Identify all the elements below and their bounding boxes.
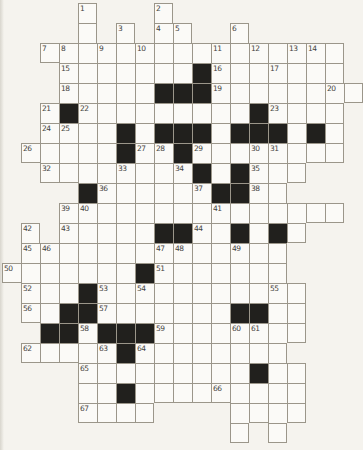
- cell-r7-c11[interactable]: [211, 143, 230, 163]
- black-cell-r9-c4: [78, 183, 97, 203]
- cell-r16-c11[interactable]: [211, 323, 230, 343]
- cell-r12-c5[interactable]: [97, 243, 116, 263]
- black-cell-r16-c6: [116, 323, 135, 343]
- cell-r17-c1[interactable]: 62: [21, 343, 40, 363]
- cell-r3-c16[interactable]: [306, 63, 325, 83]
- cell-r4-c11[interactable]: 19: [211, 83, 230, 103]
- cell-r1-c12[interactable]: 6: [230, 23, 249, 43]
- cell-r12-c4[interactable]: [78, 243, 97, 263]
- cell-r13-c4[interactable]: [78, 263, 97, 283]
- cell-r8-c4[interactable]: [78, 163, 97, 183]
- cell-r19-c14[interactable]: [268, 383, 287, 403]
- cell-r16-c4[interactable]: 58: [78, 323, 97, 343]
- clue-number-31: 31: [270, 144, 279, 153]
- cell-r18-c6[interactable]: [116, 363, 135, 383]
- black-cell-r15-c13: [249, 303, 268, 323]
- black-cell-r19-c6: [116, 383, 135, 403]
- cell-r2-c10[interactable]: [192, 43, 211, 63]
- cell-r5-c9[interactable]: [173, 103, 192, 123]
- cell-r13-c5[interactable]: [97, 263, 116, 283]
- cell-r2-c2[interactable]: 7: [40, 43, 59, 63]
- cell-r17-c4[interactable]: [78, 343, 97, 363]
- cell-r2-c17[interactable]: [325, 43, 344, 63]
- clue-number-67: 67: [80, 404, 89, 413]
- cell-r19-c7[interactable]: [135, 383, 154, 403]
- cell-r5-c8[interactable]: [154, 103, 173, 123]
- black-cell-r13-c7: [135, 263, 154, 283]
- cell-r10-c8[interactable]: [154, 203, 173, 223]
- black-cell-r6-c12: [230, 123, 249, 143]
- cell-r13-c11[interactable]: [211, 263, 230, 283]
- cell-r11-c13[interactable]: [249, 223, 268, 243]
- cell-r14-c7[interactable]: 54: [135, 283, 154, 303]
- cell-r14-c9[interactable]: [173, 283, 192, 303]
- cell-r21-c14[interactable]: [268, 423, 287, 443]
- clue-number-29: 29: [194, 144, 203, 153]
- scanned-page: 1234567891011121314151617181920212223242…: [0, 0, 363, 450]
- cell-r8-c8[interactable]: [154, 163, 173, 183]
- cell-r5-c7[interactable]: [135, 103, 154, 123]
- cell-r11-c6[interactable]: [116, 223, 135, 243]
- cell-r11-c15[interactable]: [287, 223, 306, 243]
- cell-r16-c14[interactable]: [268, 323, 287, 343]
- cell-r13-c3[interactable]: [59, 263, 78, 283]
- cell-r3-c8[interactable]: [154, 63, 173, 83]
- cell-r19-c4[interactable]: [78, 383, 97, 403]
- cell-r17-c2[interactable]: [40, 343, 59, 363]
- cell-r13-c9[interactable]: [173, 263, 192, 283]
- cell-r7-c15[interactable]: [287, 143, 306, 163]
- cell-r7-c12[interactable]: [230, 143, 249, 163]
- cell-r10-c7[interactable]: [135, 203, 154, 223]
- cell-r12-c3[interactable]: [59, 243, 78, 263]
- clue-number-37: 37: [194, 184, 203, 193]
- cell-r7-c4[interactable]: [78, 143, 97, 163]
- black-cell-r6-c16: [306, 123, 325, 143]
- cell-r1-c6[interactable]: 3: [116, 23, 135, 43]
- black-cell-r11-c8: [154, 223, 173, 243]
- cell-r20-c5[interactable]: [97, 403, 116, 423]
- cell-r20-c15[interactable]: [287, 403, 306, 423]
- cell-r4-c12[interactable]: [230, 83, 249, 103]
- cell-r1-c4[interactable]: [78, 23, 97, 43]
- clue-number-8: 8: [61, 44, 65, 53]
- cell-r8-c9[interactable]: 34: [173, 163, 192, 183]
- clue-number-21: 21: [42, 104, 51, 113]
- cell-r20-c13[interactable]: [249, 403, 268, 423]
- cell-r2-c8[interactable]: [154, 43, 173, 63]
- cell-r9-c5[interactable]: 36: [97, 183, 116, 203]
- cell-r14-c5[interactable]: 53: [97, 283, 116, 303]
- clue-number-6: 6: [232, 24, 236, 33]
- cell-r7-c16[interactable]: [306, 143, 325, 163]
- cell-r12-c8[interactable]: 47: [154, 243, 173, 263]
- cell-r3-c5[interactable]: [97, 63, 116, 83]
- clue-number-25: 25: [61, 124, 70, 133]
- cell-r17-c3[interactable]: [59, 343, 78, 363]
- cell-r2-c16[interactable]: 14: [306, 43, 325, 63]
- cell-r3-c9[interactable]: [173, 63, 192, 83]
- cell-r3-c11[interactable]: 16: [211, 63, 230, 83]
- black-cell-r5-c13: [249, 103, 268, 123]
- cell-r17-c10[interactable]: [192, 343, 211, 363]
- cell-r9-c13[interactable]: 38: [249, 183, 268, 203]
- cell-r4-c14[interactable]: [268, 83, 287, 103]
- cell-r7-c17[interactable]: [325, 143, 344, 163]
- cell-r3-c7[interactable]: [135, 63, 154, 83]
- clue-number-24: 24: [42, 124, 51, 133]
- cell-r13-c14[interactable]: [268, 263, 287, 283]
- cell-r9-c7[interactable]: [135, 183, 154, 203]
- clue-number-50: 50: [4, 264, 13, 273]
- cell-r19-c8[interactable]: [154, 383, 173, 403]
- cell-r8-c3[interactable]: [59, 163, 78, 183]
- cell-r7-c5[interactable]: [97, 143, 116, 163]
- cell-r5-c2[interactable]: 21: [40, 103, 59, 123]
- cell-r3-c14[interactable]: 17: [268, 63, 287, 83]
- cell-r14-c11[interactable]: [211, 283, 230, 303]
- cell-r5-c14[interactable]: 23: [268, 103, 287, 123]
- cell-r14-c13[interactable]: [249, 283, 268, 303]
- cell-r12-c13[interactable]: [249, 243, 268, 263]
- cell-r10-c9[interactable]: [173, 203, 192, 223]
- black-cell-r8-c12: [230, 163, 249, 183]
- cell-r14-c12[interactable]: [230, 283, 249, 303]
- cell-r17-c12[interactable]: [230, 343, 249, 363]
- cell-r14-c14[interactable]: 55: [268, 283, 287, 303]
- cell-r16-c13[interactable]: 61: [249, 323, 268, 343]
- cell-r2-c6[interactable]: [116, 43, 135, 63]
- cell-r13-c12[interactable]: [230, 263, 249, 283]
- cell-r6-c3[interactable]: 25: [59, 123, 78, 143]
- clue-number-2: 2: [156, 4, 160, 13]
- clue-number-63: 63: [99, 344, 108, 353]
- cell-r7-c10[interactable]: 29: [192, 143, 211, 163]
- clue-number-16: 16: [213, 64, 222, 73]
- cell-r3-c6[interactable]: [116, 63, 135, 83]
- cell-r2-c9[interactable]: [173, 43, 192, 63]
- cell-r7-c3[interactable]: [59, 143, 78, 163]
- cell-r17-c8[interactable]: [154, 343, 173, 363]
- cell-r6-c2[interactable]: 24: [40, 123, 59, 143]
- clue-number-30: 30: [251, 144, 260, 153]
- cell-r9-c6[interactable]: [116, 183, 135, 203]
- cell-r7-c2[interactable]: [40, 143, 59, 163]
- cell-r10-c3[interactable]: 39: [59, 203, 78, 223]
- black-cell-r17-c6: [116, 343, 135, 363]
- cell-r8-c15[interactable]: [287, 163, 306, 183]
- cell-r5-c6[interactable]: [116, 103, 135, 123]
- cell-r8-c14[interactable]: [268, 163, 287, 183]
- clue-number-33: 33: [118, 164, 127, 173]
- cell-r16-c10[interactable]: [192, 323, 211, 343]
- cell-r17-c11[interactable]: [211, 343, 230, 363]
- cell-r7-c1[interactable]: 26: [21, 143, 40, 163]
- clue-number-40: 40: [80, 204, 89, 213]
- cell-r13-c2[interactable]: [40, 263, 59, 283]
- cell-r12-c12[interactable]: 49: [230, 243, 249, 263]
- cell-r4-c18[interactable]: [344, 83, 363, 103]
- clue-number-15: 15: [61, 64, 70, 73]
- cell-r18-c4[interactable]: 65: [78, 363, 97, 383]
- cell-r19-c13[interactable]: [249, 383, 268, 403]
- cell-r17-c13[interactable]: [249, 343, 268, 363]
- cell-r4-c15[interactable]: [287, 83, 306, 103]
- clue-number-45: 45: [23, 244, 32, 253]
- cell-r4-c6[interactable]: [116, 83, 135, 103]
- black-cell-r18-c13: [249, 363, 268, 383]
- cell-r9-c8[interactable]: [154, 183, 173, 203]
- cell-r14-c1[interactable]: 52: [21, 283, 40, 303]
- cell-r15-c1[interactable]: 56: [21, 303, 40, 323]
- cell-r4-c16[interactable]: [306, 83, 325, 103]
- black-cell-r8-c10: [192, 163, 211, 183]
- cell-r4-c3[interactable]: 18: [59, 83, 78, 103]
- cell-r6-c11[interactable]: [211, 123, 230, 143]
- clue-number-57: 57: [99, 304, 108, 313]
- cell-r3-c15[interactable]: [287, 63, 306, 83]
- clue-number-32: 32: [42, 164, 51, 173]
- cell-r13-c8[interactable]: 51: [154, 263, 173, 283]
- cell-r8-c5[interactable]: [97, 163, 116, 183]
- cell-r2-c11[interactable]: 11: [211, 43, 230, 63]
- cell-r5-c15[interactable]: [287, 103, 306, 123]
- cell-r7-c14[interactable]: 31: [268, 143, 287, 163]
- cell-r10-c14[interactable]: [268, 203, 287, 223]
- cell-r14-c15[interactable]: [287, 283, 306, 303]
- cell-r10-c17[interactable]: [325, 203, 344, 223]
- cell-r10-c12[interactable]: [230, 203, 249, 223]
- cell-r0-c8[interactable]: 2: [154, 3, 173, 23]
- cell-r16-c9[interactable]: [173, 323, 192, 343]
- cell-r2-c4[interactable]: [78, 43, 97, 63]
- cell-r15-c14[interactable]: [268, 303, 287, 323]
- cell-r14-c10[interactable]: [192, 283, 211, 303]
- cell-r15-c5[interactable]: 57: [97, 303, 116, 323]
- cell-r5-c5[interactable]: [97, 103, 116, 123]
- black-cell-r9-c11: [211, 183, 230, 203]
- cell-r3-c12[interactable]: [230, 63, 249, 83]
- cell-r8-c2[interactable]: 32: [40, 163, 59, 183]
- cell-r18-c12[interactable]: [230, 363, 249, 383]
- cell-r18-c8[interactable]: [154, 363, 173, 383]
- cell-r12-c2[interactable]: 46: [40, 243, 59, 263]
- cell-r1-c9[interactable]: 5: [173, 23, 192, 43]
- cell-r19-c9[interactable]: [173, 383, 192, 403]
- cell-r12-c9[interactable]: 48: [173, 243, 192, 263]
- cell-r20-c4[interactable]: 67: [78, 403, 97, 423]
- clue-number-64: 64: [137, 344, 146, 353]
- clue-number-52: 52: [23, 284, 32, 293]
- cell-r3-c17[interactable]: [325, 63, 344, 83]
- clue-number-3: 3: [118, 24, 122, 33]
- cell-r16-c12[interactable]: 60: [230, 323, 249, 343]
- black-cell-r16-c7: [135, 323, 154, 343]
- cell-r3-c4[interactable]: [78, 63, 97, 83]
- cell-r12-c11[interactable]: [211, 243, 230, 263]
- cell-r6-c7[interactable]: [135, 123, 154, 143]
- cell-r4-c13[interactable]: [249, 83, 268, 103]
- cell-r19-c10[interactable]: [192, 383, 211, 403]
- cell-r11-c7[interactable]: [135, 223, 154, 243]
- cell-r17-c9[interactable]: [173, 343, 192, 363]
- cell-r3-c3[interactable]: 15: [59, 63, 78, 83]
- black-cell-r16-c2: [40, 323, 59, 343]
- cell-r12-c7[interactable]: [135, 243, 154, 263]
- cell-r1-c8[interactable]: 4: [154, 23, 173, 43]
- cell-r14-c3[interactable]: [59, 283, 78, 303]
- cell-r6-c15[interactable]: [287, 123, 306, 143]
- cell-r2-c3[interactable]: 8: [59, 43, 78, 63]
- clue-number-54: 54: [137, 284, 146, 293]
- cell-r15-c2[interactable]: [40, 303, 59, 323]
- clue-number-9: 9: [99, 44, 103, 53]
- cell-r2-c13[interactable]: 12: [249, 43, 268, 63]
- cell-r4-c4[interactable]: [78, 83, 97, 103]
- clue-number-1: 1: [80, 4, 84, 13]
- cell-r7-c8[interactable]: 28: [154, 143, 173, 163]
- cell-r10-c15[interactable]: [287, 203, 306, 223]
- clue-number-61: 61: [251, 324, 260, 333]
- cell-r0-c4[interactable]: 1: [78, 3, 97, 23]
- black-cell-r15-c3: [59, 303, 78, 323]
- cell-r15-c11[interactable]: [211, 303, 230, 323]
- cell-r18-c11[interactable]: [211, 363, 230, 383]
- cell-r15-c6[interactable]: [116, 303, 135, 323]
- cell-r15-c15[interactable]: [287, 303, 306, 323]
- cell-r6-c4[interactable]: [78, 123, 97, 143]
- clue-number-17: 17: [270, 64, 279, 73]
- cell-r13-c10[interactable]: [192, 263, 211, 283]
- black-cell-r4-c9: [173, 83, 192, 103]
- cell-r19-c5[interactable]: [97, 383, 116, 403]
- cell-r12-c14[interactable]: [268, 243, 287, 263]
- cell-r17-c5[interactable]: 63: [97, 343, 116, 363]
- cell-r11-c10[interactable]: 44: [192, 223, 211, 243]
- cell-r18-c9[interactable]: [173, 363, 192, 383]
- clue-number-36: 36: [99, 184, 108, 193]
- cell-r3-c13[interactable]: [249, 63, 268, 83]
- cell-r18-c7[interactable]: [135, 363, 154, 383]
- cell-r4-c17[interactable]: 20: [325, 83, 344, 103]
- cell-r6-c5[interactable]: [97, 123, 116, 143]
- crossword-grid: 1234567891011121314151617181920212223242…: [2, 3, 363, 443]
- cell-r5-c17[interactable]: [325, 103, 344, 123]
- cell-r10-c13[interactable]: [249, 203, 268, 223]
- cell-r17-c14[interactable]: [268, 343, 287, 363]
- cell-r9-c14[interactable]: [268, 183, 287, 203]
- clue-number-10: 10: [137, 44, 146, 53]
- cell-r10-c6[interactable]: [116, 203, 135, 223]
- cell-r11-c4[interactable]: [78, 223, 97, 243]
- cell-r14-c6[interactable]: [116, 283, 135, 303]
- cell-r20-c7[interactable]: [135, 403, 154, 423]
- cell-r11-c5[interactable]: [97, 223, 116, 243]
- cell-r14-c8[interactable]: [154, 283, 173, 303]
- cell-r16-c15[interactable]: [287, 323, 306, 343]
- cell-r15-c9[interactable]: [173, 303, 192, 323]
- cell-r5-c10[interactable]: [192, 103, 211, 123]
- cell-r2-c5[interactable]: 9: [97, 43, 116, 63]
- cell-r10-c4[interactable]: 40: [78, 203, 97, 223]
- cell-r20-c12[interactable]: [230, 403, 249, 423]
- black-cell-r7-c9: [173, 143, 192, 163]
- cell-r13-c0[interactable]: 50: [2, 263, 21, 283]
- clue-number-28: 28: [156, 144, 165, 153]
- cell-r19-c15[interactable]: [287, 383, 306, 403]
- cell-r2-c14[interactable]: [268, 43, 287, 63]
- cell-r12-c1[interactable]: 45: [21, 243, 40, 263]
- cell-r17-c7[interactable]: 64: [135, 343, 154, 363]
- cell-r15-c10[interactable]: [192, 303, 211, 323]
- cell-r4-c5[interactable]: [97, 83, 116, 103]
- clue-number-60: 60: [232, 324, 241, 333]
- cell-r8-c7[interactable]: [135, 163, 154, 183]
- cell-r18-c14[interactable]: [268, 363, 287, 383]
- cell-r20-c6[interactable]: [116, 403, 135, 423]
- cell-r14-c2[interactable]: [40, 283, 59, 303]
- cell-r8-c13[interactable]: 35: [249, 163, 268, 183]
- clue-number-38: 38: [251, 184, 260, 193]
- black-cell-r6-c14: [268, 123, 287, 143]
- cell-r18-c5[interactable]: [97, 363, 116, 383]
- cell-r12-c10[interactable]: [192, 243, 211, 263]
- cell-r8-c6[interactable]: 33: [116, 163, 135, 183]
- cell-r2-c7[interactable]: 10: [135, 43, 154, 63]
- clue-number-22: 22: [80, 104, 89, 113]
- cell-r9-c10[interactable]: 37: [192, 183, 211, 203]
- cell-r7-c13[interactable]: 30: [249, 143, 268, 163]
- cell-r4-c7[interactable]: [135, 83, 154, 103]
- cell-r13-c6[interactable]: [116, 263, 135, 283]
- cell-r11-c1[interactable]: 42: [21, 223, 40, 243]
- cell-r5-c12[interactable]: [230, 103, 249, 123]
- cell-r19-c12[interactable]: [230, 383, 249, 403]
- clue-number-20: 20: [327, 84, 336, 93]
- cell-r11-c3[interactable]: 43: [59, 223, 78, 243]
- cell-r2-c15[interactable]: 13: [287, 43, 306, 63]
- cell-r15-c7[interactable]: [135, 303, 154, 323]
- clue-number-53: 53: [99, 284, 108, 293]
- black-cell-r11-c14: [268, 223, 287, 243]
- cell-r20-c14[interactable]: [268, 403, 287, 423]
- cell-r16-c8[interactable]: 59: [154, 323, 173, 343]
- cell-r5-c16[interactable]: [306, 103, 325, 123]
- cell-r18-c15[interactable]: [287, 363, 306, 383]
- cell-r12-c6[interactable]: [116, 243, 135, 263]
- cell-r13-c1[interactable]: [21, 263, 40, 283]
- cell-r5-c4[interactable]: 22: [78, 103, 97, 123]
- cell-r18-c10[interactable]: [192, 363, 211, 383]
- cell-r10-c16[interactable]: [306, 203, 325, 223]
- cell-r8-c11[interactable]: [211, 163, 230, 183]
- cell-r9-c9[interactable]: [173, 183, 192, 203]
- clue-number-43: 43: [61, 224, 70, 233]
- cell-r2-c12[interactable]: [230, 43, 249, 63]
- cell-r19-c11[interactable]: 66: [211, 383, 230, 403]
- cell-r10-c5[interactable]: [97, 203, 116, 223]
- cell-r5-c11[interactable]: [211, 103, 230, 123]
- cell-r10-c11[interactable]: 41: [211, 203, 230, 223]
- black-cell-r14-c4: [78, 283, 97, 303]
- cell-r6-c17[interactable]: [325, 123, 344, 143]
- cell-r7-c7[interactable]: 27: [135, 143, 154, 163]
- cell-r21-c12[interactable]: [230, 423, 249, 443]
- cell-r11-c11[interactable]: [211, 223, 230, 243]
- cell-r13-c13[interactable]: [249, 263, 268, 283]
- cell-r10-c10[interactable]: [192, 203, 211, 223]
- cell-r15-c8[interactable]: [154, 303, 173, 323]
